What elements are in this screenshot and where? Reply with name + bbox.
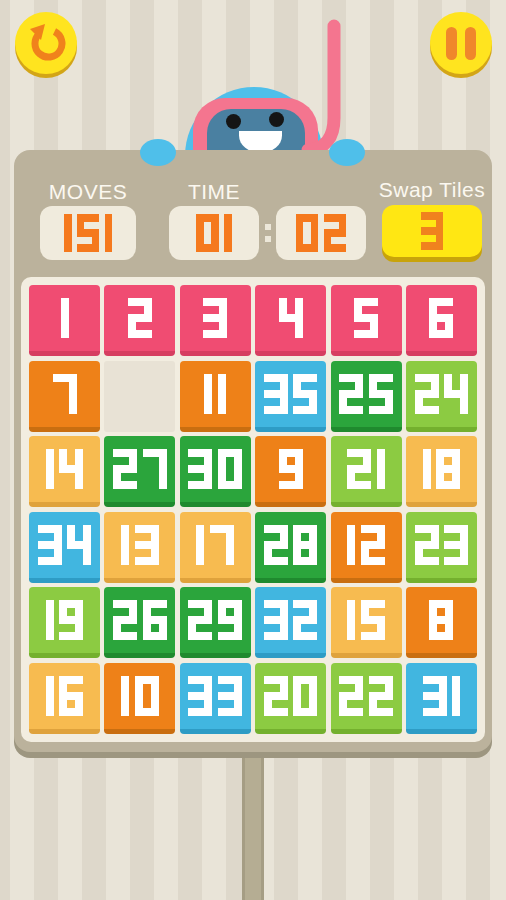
tile-17[interactable]: [180, 512, 251, 583]
swap-tiles-label: Swap Tiles: [366, 178, 498, 202]
tile-7[interactable]: [29, 361, 100, 432]
tile-number: [347, 525, 385, 565]
tile-number: [429, 600, 453, 640]
moves-counter: [40, 206, 136, 260]
tile-28[interactable]: [255, 512, 326, 583]
tile-number: [188, 449, 242, 489]
tile-32[interactable]: [255, 587, 326, 658]
tile-number: [423, 449, 461, 489]
tile-15[interactable]: [331, 587, 402, 658]
tile-1[interactable]: [29, 285, 100, 356]
tile-14[interactable]: [29, 436, 100, 507]
tile-number: [113, 600, 167, 640]
tile-number: [188, 600, 242, 640]
time-separator: [259, 206, 276, 260]
restart-button[interactable]: [15, 12, 77, 74]
tile-number: [203, 298, 227, 338]
tile-number: [264, 525, 318, 565]
tile-number: [188, 676, 242, 716]
tile-number: [46, 449, 84, 489]
mascot-right-hand: [329, 139, 365, 166]
tile-5[interactable]: [331, 285, 402, 356]
tile-number: [113, 449, 167, 489]
tile-9[interactable]: [255, 436, 326, 507]
tile-number: [46, 676, 84, 716]
tile-29[interactable]: [180, 587, 251, 658]
pause-icon: [446, 27, 476, 60]
tile-13[interactable]: [104, 512, 175, 583]
tile-34[interactable]: [29, 512, 100, 583]
tile-number: [46, 600, 84, 640]
time-minutes: [169, 206, 259, 260]
tile-16[interactable]: [29, 663, 100, 734]
tile-number: [279, 449, 303, 489]
tile-21[interactable]: [331, 436, 402, 507]
tile-8[interactable]: [406, 587, 477, 658]
tile-number: [354, 298, 378, 338]
tile-number: [128, 298, 152, 338]
tile-10[interactable]: [104, 663, 175, 734]
tile-35[interactable]: [255, 361, 326, 432]
empty-cell: [104, 361, 175, 432]
time-label: TIME: [169, 180, 259, 204]
tile-30[interactable]: [180, 436, 251, 507]
tile-number: [38, 525, 92, 565]
tile-23[interactable]: [406, 512, 477, 583]
tile-number: [415, 525, 469, 565]
game-screen: MOVES TIME Swap Tiles: [0, 0, 506, 900]
tile-18[interactable]: [406, 436, 477, 507]
restart-icon: [26, 22, 66, 65]
tile-number: [121, 676, 159, 716]
game-panel: MOVES TIME Swap Tiles: [14, 150, 492, 752]
tile-number: [196, 525, 234, 565]
tile-3[interactable]: [180, 285, 251, 356]
tile-number: [264, 600, 318, 640]
tile-number: [347, 449, 385, 489]
tile-26[interactable]: [104, 587, 175, 658]
tile-24[interactable]: [406, 361, 477, 432]
moves-label: MOVES: [40, 180, 136, 204]
signpost-pole: [242, 750, 264, 900]
tile-number: [264, 676, 318, 716]
tile-number: [53, 374, 77, 414]
tile-number: [423, 676, 461, 716]
tile-11[interactable]: [180, 361, 251, 432]
swap-tiles-button[interactable]: [382, 205, 482, 257]
puzzle-board: [21, 277, 485, 742]
tile-22[interactable]: [331, 663, 402, 734]
tile-number: [339, 676, 393, 716]
tile-number: [347, 600, 385, 640]
tile-number: [121, 525, 159, 565]
tile-4[interactable]: [255, 285, 326, 356]
mascot-right-eye: [269, 112, 284, 127]
time-seconds: [276, 206, 366, 260]
tile-25[interactable]: [331, 361, 402, 432]
tile-number: [264, 374, 318, 414]
mascot-left-eye: [226, 114, 241, 129]
mascot-left-hand: [140, 139, 176, 166]
tile-number: [279, 298, 303, 338]
tile-2[interactable]: [104, 285, 175, 356]
pause-button[interactable]: [430, 12, 492, 74]
tile-number: [204, 374, 226, 414]
tile-19[interactable]: [29, 587, 100, 658]
tile-number: [415, 374, 469, 414]
tile-20[interactable]: [255, 663, 326, 734]
tile-number: [339, 374, 393, 414]
tile-6[interactable]: [406, 285, 477, 356]
tile-31[interactable]: [406, 663, 477, 734]
tile-27[interactable]: [104, 436, 175, 507]
tile-12[interactable]: [331, 512, 402, 583]
tile-number: [429, 298, 453, 338]
tile-33[interactable]: [180, 663, 251, 734]
tile-number: [61, 298, 69, 338]
mascot-snorkel: [300, 18, 348, 158]
